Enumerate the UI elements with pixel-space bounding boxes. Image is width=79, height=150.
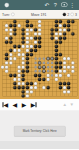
territory-mark <box>34 66 36 68</box>
next-triangle-icon: ▶ <box>22 102 27 108</box>
eye-shape <box>61 3 68 7</box>
stone-black[interactable] <box>25 69 29 73</box>
stone-black[interactable] <box>50 32 54 36</box>
stone-black[interactable] <box>25 61 29 65</box>
turn-label: Turn: <box>2 12 10 16</box>
stone-white[interactable] <box>30 90 34 94</box>
stone-black[interactable] <box>13 24 17 28</box>
stone-white[interactable] <box>13 49 17 53</box>
stone-white[interactable] <box>9 61 13 65</box>
stone-black[interactable] <box>38 44 42 48</box>
stone-white[interactable] <box>25 32 29 36</box>
stone-white[interactable] <box>25 94 29 98</box>
prev-triangle-icon: ◀ <box>13 102 18 108</box>
stone-black[interactable] <box>59 40 63 44</box>
stone-white[interactable] <box>13 57 17 61</box>
territory-mark <box>43 62 45 64</box>
skip-to-end-button[interactable]: ▶ <box>31 102 37 108</box>
dead-stone-mark <box>43 66 45 68</box>
stone-black[interactable] <box>46 86 50 90</box>
dead-stone-mark <box>43 70 45 72</box>
skip-to-start-button[interactable]: ◀ <box>3 102 9 108</box>
eye-icon[interactable] <box>60 0 69 10</box>
panel-bottom-strip <box>0 141 79 149</box>
stone-black[interactable] <box>21 69 25 73</box>
stone-white[interactable] <box>5 28 9 32</box>
territory-mark <box>34 70 36 72</box>
dead-stone-mark <box>39 62 41 64</box>
stone-black[interactable] <box>59 53 63 57</box>
undo-icon[interactable]: ↶ <box>43 0 52 10</box>
stone-black[interactable] <box>67 86 71 90</box>
stone-white[interactable] <box>63 69 67 73</box>
status-bar: Turn: Move 191 2 3 <box>0 10 79 19</box>
stone-black[interactable] <box>30 53 34 57</box>
stone-white[interactable] <box>59 69 63 73</box>
territory-mark <box>47 66 49 68</box>
stone-black[interactable] <box>71 20 75 24</box>
stone-black[interactable] <box>59 86 63 90</box>
stone-black[interactable] <box>50 36 54 40</box>
stone-white[interactable] <box>5 61 9 65</box>
mark-territory-button[interactable]: Mark Territory: Click Here <box>14 126 66 137</box>
next-move-button[interactable]: ▶ <box>22 102 27 108</box>
territory-mark <box>47 70 49 72</box>
stone-black[interactable] <box>67 24 71 28</box>
stone-white[interactable] <box>38 24 42 28</box>
stone-black[interactable] <box>21 78 25 82</box>
bottom-panel: Mark Territory: Click Here <box>0 111 79 150</box>
stone-white[interactable] <box>67 73 71 77</box>
stone-white[interactable] <box>67 90 71 94</box>
stone-white[interactable] <box>13 78 17 82</box>
stone-black[interactable] <box>21 94 25 98</box>
stone-black[interactable] <box>9 40 13 44</box>
variation-up-button[interactable]: ▲ <box>63 102 67 107</box>
stone-black[interactable] <box>21 86 25 90</box>
stone-black[interactable] <box>63 36 67 40</box>
dead-stone-mark <box>51 58 53 60</box>
stone-white[interactable] <box>54 78 58 82</box>
stone-white[interactable] <box>38 32 42 36</box>
stone-black[interactable] <box>63 32 67 36</box>
dead-stone-mark <box>47 58 49 60</box>
territory-mark <box>51 62 53 64</box>
stone-black[interactable] <box>71 32 75 36</box>
stone-black[interactable] <box>5 40 9 44</box>
stone-black[interactable] <box>38 40 42 44</box>
stone-black[interactable] <box>21 40 25 44</box>
star-point <box>39 83 40 84</box>
stone-white[interactable] <box>42 86 46 90</box>
territory-mark <box>51 66 53 68</box>
territory-mark <box>39 58 41 60</box>
variation-down-button[interactable]: ▼ <box>70 102 74 107</box>
playback-controls: ◀ ◀ ▶ ▶ ▲ ▼ <box>0 99 79 111</box>
stone-white[interactable] <box>59 73 63 77</box>
dead-stone-mark <box>39 66 41 68</box>
territory-mark <box>51 74 53 76</box>
last-bar-icon <box>35 102 36 107</box>
territory-mark <box>47 62 49 64</box>
stone-white[interactable] <box>67 57 71 61</box>
move-counter: Move 191 <box>15 12 63 16</box>
go-board[interactable] <box>0 19 79 99</box>
territory-mark <box>43 58 45 60</box>
previous-move-button[interactable]: ◀ <box>13 102 18 108</box>
stone-white[interactable] <box>71 61 75 65</box>
white-captures-count: 3 <box>75 12 77 16</box>
turn-indicator: Turn: <box>2 12 15 16</box>
white-stone-icon[interactable] <box>5 3 10 8</box>
stone-white[interactable] <box>59 24 63 28</box>
stone-white[interactable] <box>63 61 67 65</box>
first-triangle-icon: ◀ <box>4 102 9 108</box>
top-app-bar: ↶ ? ⋮ <box>0 0 79 10</box>
stone-black[interactable] <box>13 86 17 90</box>
black-stone-icon <box>63 13 66 16</box>
stone-black[interactable] <box>21 32 25 36</box>
stone-white[interactable] <box>5 69 9 73</box>
stone-black[interactable] <box>42 78 46 82</box>
stone-black[interactable] <box>13 32 17 36</box>
stone-white[interactable] <box>17 24 21 28</box>
help-icon[interactable]: ? <box>51 0 60 10</box>
territory-mark <box>51 70 53 72</box>
white-stone-icon <box>71 13 74 16</box>
stone-white[interactable] <box>71 69 75 73</box>
black-captures-count: 2 <box>67 12 69 16</box>
stone-black[interactable] <box>59 61 63 65</box>
app-window: ↶ ? ⋮ Turn: Move 191 2 3 ◀ ◀ ▶ ▶ <box>0 0 79 150</box>
stone-black[interactable] <box>34 49 38 53</box>
captures-display: 2 3 <box>63 12 77 16</box>
territory-mark <box>34 58 36 60</box>
stone-white[interactable] <box>59 32 63 36</box>
stone-white[interactable] <box>34 86 38 90</box>
overflow-menu-icon[interactable]: ⋮ <box>68 0 77 10</box>
territory-mark <box>39 70 41 72</box>
stone-white[interactable] <box>46 78 50 82</box>
territory-mark <box>34 62 36 64</box>
stone-black[interactable] <box>30 24 34 28</box>
stone-white[interactable] <box>5 24 9 28</box>
stone-black[interactable] <box>67 28 71 32</box>
